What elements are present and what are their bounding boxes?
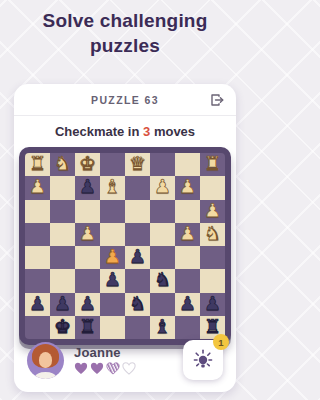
square-g8[interactable]: ♚ [50,316,75,339]
puzzle-card: PUZZLE 63 Checkmate in 3 moves ♜♞♚♛♜♟♟♝♟… [14,84,236,392]
square-e7[interactable] [100,293,125,316]
square-a5[interactable] [200,246,225,269]
piece-white-pawn: ♟ [204,201,221,220]
square-g4[interactable] [50,223,75,246]
square-e3[interactable] [100,200,125,223]
square-e6[interactable]: ♟ [100,269,125,292]
heart-full-icon [74,362,88,375]
piece-white-knight: ♞ [54,154,71,173]
square-g1[interactable]: ♞ [50,153,75,176]
square-d5[interactable]: ♟ [125,246,150,269]
square-d6[interactable] [125,269,150,292]
piece-white-queen: ♛ [129,154,146,173]
player-bar: Joanne 1 [14,338,236,382]
piece-white-pawn: ♟ [154,177,171,196]
piece-white-pawn: ♟ [179,177,196,196]
piece-black-pawn: ♟ [79,177,96,196]
piece-black-pawn: ♟ [79,294,96,313]
square-h4[interactable] [25,223,50,246]
square-e5[interactable]: ♟ [100,246,125,269]
piece-black-pawn: ♟ [179,294,196,313]
puzzle-header: PUZZLE 63 [14,84,236,116]
square-c7[interactable] [150,293,175,316]
square-f8[interactable]: ♜ [75,316,100,339]
square-h6[interactable] [25,269,50,292]
hint-button[interactable]: 1 [183,340,223,380]
square-d7[interactable]: ♞ [125,293,150,316]
square-c6[interactable]: ♞ [150,269,175,292]
square-c1[interactable] [150,153,175,176]
piece-white-pawn: ♟ [29,177,46,196]
square-d2[interactable] [125,176,150,199]
player-avatar [27,342,64,379]
piece-black-rook: ♜ [204,317,221,336]
piece-white-bishop: ♝ [104,177,121,196]
avatar-blouse [35,372,56,379]
piece-white-pawn: ♟ [79,224,96,243]
square-c5[interactable] [150,246,175,269]
square-f6[interactable] [75,269,100,292]
objective-text: Checkmate in 3 moves [14,116,236,146]
square-g2[interactable] [50,176,75,199]
square-h3[interactable] [25,200,50,223]
lives-hearts [74,362,136,375]
player-name: Joanne [74,345,136,360]
square-b8[interactable] [175,316,200,339]
square-a3[interactable]: ♟ [200,200,225,223]
square-g6[interactable] [50,269,75,292]
page-title: Solve challenging puzzles [0,8,250,58]
square-c3[interactable] [150,200,175,223]
objective-prefix: Checkmate in [55,124,143,139]
square-b4[interactable]: ♟ [175,223,200,246]
square-c2[interactable]: ♟ [150,176,175,199]
piece-black-pawn: ♟ [29,294,46,313]
piece-white-king: ♚ [79,154,96,173]
square-e2[interactable]: ♝ [100,176,125,199]
objective-suffix: moves [150,124,195,139]
piece-white-rook: ♜ [29,154,46,173]
piece-white-knight: ♞ [204,224,221,243]
square-b7[interactable]: ♟ [175,293,200,316]
square-a7[interactable]: ♟ [200,293,225,316]
square-a1[interactable]: ♜ [200,153,225,176]
heart-full-icon [90,362,104,375]
square-d3[interactable] [125,200,150,223]
square-f5[interactable] [75,246,100,269]
square-f1[interactable]: ♚ [75,153,100,176]
square-f2[interactable]: ♟ [75,176,100,199]
piece-black-knight: ♞ [154,270,171,289]
square-e8[interactable] [100,316,125,339]
square-a2[interactable] [200,176,225,199]
square-d1[interactable]: ♛ [125,153,150,176]
exit-icon[interactable] [209,92,225,108]
avatar-face [39,352,52,368]
square-a6[interactable] [200,269,225,292]
puzzle-number-label: PUZZLE 63 [91,94,159,106]
square-b5[interactable] [175,246,200,269]
square-f4[interactable]: ♟ [75,223,100,246]
piece-black-king: ♚ [54,317,71,336]
piece-black-rook: ♜ [79,317,96,336]
heart-empty-icon [122,362,136,375]
square-c8[interactable]: ♝ [150,316,175,339]
square-e1[interactable] [100,153,125,176]
square-b6[interactable] [175,269,200,292]
piece-black-pawn: ♟ [204,294,221,313]
square-g5[interactable] [50,246,75,269]
piece-black-knight: ♞ [129,294,146,313]
square-g3[interactable] [50,200,75,223]
square-h7[interactable]: ♟ [25,293,50,316]
chess-board-frame: ♜♞♚♛♜♟♟♝♟♟♟♟♟♞♟♟♟♞♟♟♟♞♟♟♚♜♝♜ [19,147,231,345]
piece-black-pawn: ♟ [129,247,146,266]
piece-black-bishop: ♝ [154,317,171,336]
square-e4[interactable] [100,223,125,246]
square-f3[interactable] [75,200,100,223]
hint-count-badge: 1 [213,334,229,350]
square-g7[interactable]: ♟ [50,293,75,316]
square-h1[interactable]: ♜ [25,153,50,176]
heart-striped-icon [106,362,120,375]
square-b2[interactable]: ♟ [175,176,200,199]
square-h8[interactable] [25,316,50,339]
square-f7[interactable]: ♟ [75,293,100,316]
square-d4[interactable] [125,223,150,246]
square-a4[interactable]: ♞ [200,223,225,246]
piece-white-pawn: ♟ [179,224,196,243]
square-d8[interactable] [125,316,150,339]
square-c4[interactable] [150,223,175,246]
square-b1[interactable] [175,153,200,176]
piece-white-pawn: ♟ [104,247,121,266]
piece-black-pawn: ♟ [54,294,71,313]
piece-white-rook: ♜ [204,154,221,173]
square-b3[interactable] [175,200,200,223]
piece-black-pawn: ♟ [104,270,121,289]
lightbulb-icon [191,348,215,372]
square-h2[interactable]: ♟ [25,176,50,199]
chess-board: ♜♞♚♛♜♟♟♝♟♟♟♟♟♞♟♟♟♞♟♟♟♞♟♟♚♜♝♜ [25,153,225,339]
square-h5[interactable] [25,246,50,269]
